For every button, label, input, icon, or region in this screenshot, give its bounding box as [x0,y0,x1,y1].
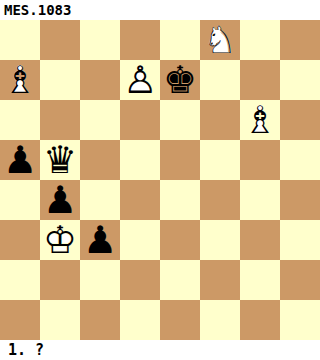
square-g8[interactable] [240,20,280,60]
white-king: ♔ [40,220,80,260]
chess-board: ♞♘♝♗♟♙♚♝♗♟♛♟♚♔♟ [0,20,320,340]
square-c1[interactable] [80,300,120,340]
square-f1[interactable] [200,300,240,340]
square-f2[interactable] [200,260,240,300]
square-c7[interactable] [80,60,120,100]
square-b7[interactable] [40,60,80,100]
square-a7[interactable]: ♝♗ [0,60,40,100]
square-b6[interactable] [40,100,80,140]
black-queen: ♛ [40,140,80,180]
square-h5[interactable] [280,140,320,180]
square-c8[interactable] [80,20,120,60]
square-b8[interactable] [40,20,80,60]
square-a6[interactable] [0,100,40,140]
square-d1[interactable] [120,300,160,340]
square-d4[interactable] [120,180,160,220]
square-f8[interactable]: ♞♘ [200,20,240,60]
white-bishop: ♗ [0,60,40,100]
white-knight: ♘ [200,20,240,60]
square-a8[interactable] [0,20,40,60]
black-king: ♚ [160,60,200,100]
square-a5[interactable]: ♟ [0,140,40,180]
square-b4[interactable]: ♟ [40,180,80,220]
square-e5[interactable] [160,140,200,180]
square-f6[interactable] [200,100,240,140]
square-e4[interactable] [160,180,200,220]
square-g4[interactable] [240,180,280,220]
square-b1[interactable] [40,300,80,340]
square-h2[interactable] [280,260,320,300]
square-c4[interactable] [80,180,120,220]
square-b3[interactable]: ♚♔ [40,220,80,260]
square-d2[interactable] [120,260,160,300]
square-f4[interactable] [200,180,240,220]
square-g3[interactable] [240,220,280,260]
white-bishop-fill: ♝ [240,100,280,140]
square-h1[interactable] [280,300,320,340]
square-g5[interactable] [240,140,280,180]
square-d6[interactable] [120,100,160,140]
square-c6[interactable] [80,100,120,140]
square-e6[interactable] [160,100,200,140]
move-prompt: 1. ? [8,340,44,360]
square-e1[interactable] [160,300,200,340]
square-d3[interactable] [120,220,160,260]
square-h6[interactable] [280,100,320,140]
square-f3[interactable] [200,220,240,260]
square-d8[interactable] [120,20,160,60]
square-e3[interactable] [160,220,200,260]
square-c5[interactable] [80,140,120,180]
white-king-fill: ♚ [40,220,80,260]
white-bishop-fill: ♝ [0,60,40,100]
puzzle-id: MES.1083 [4,0,71,20]
black-pawn: ♟ [80,220,120,260]
black-pawn: ♟ [0,140,40,180]
square-h4[interactable] [280,180,320,220]
square-a4[interactable] [0,180,40,220]
square-h3[interactable] [280,220,320,260]
square-e2[interactable] [160,260,200,300]
black-pawn: ♟ [40,180,80,220]
square-c3[interactable]: ♟ [80,220,120,260]
square-h8[interactable] [280,20,320,60]
title-bar: MES.1083 [0,0,320,20]
square-e7[interactable]: ♚ [160,60,200,100]
square-b5[interactable]: ♛ [40,140,80,180]
white-bishop: ♗ [240,100,280,140]
square-c2[interactable] [80,260,120,300]
square-g7[interactable] [240,60,280,100]
square-h7[interactable] [280,60,320,100]
square-d7[interactable]: ♟♙ [120,60,160,100]
white-knight-fill: ♞ [200,20,240,60]
square-f7[interactable] [200,60,240,100]
square-g2[interactable] [240,260,280,300]
square-a3[interactable] [0,220,40,260]
square-g1[interactable] [240,300,280,340]
square-d5[interactable] [120,140,160,180]
square-e8[interactable] [160,20,200,60]
square-b2[interactable] [40,260,80,300]
square-g6[interactable]: ♝♗ [240,100,280,140]
square-a2[interactable] [0,260,40,300]
square-f5[interactable] [200,140,240,180]
status-bar: 1. ? [0,340,320,360]
square-a1[interactable] [0,300,40,340]
white-pawn: ♙ [120,60,160,100]
white-pawn-fill: ♟ [120,60,160,100]
